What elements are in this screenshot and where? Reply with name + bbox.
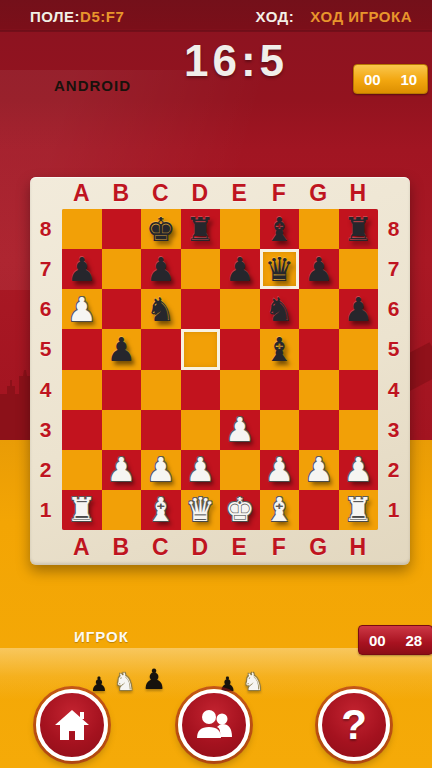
square-f7[interactable]: ♛ — [260, 249, 300, 289]
square-g6[interactable] — [299, 289, 339, 329]
white-queen: ♛ — [185, 493, 215, 526]
square-e5[interactable] — [220, 329, 260, 369]
rank-label-4: 4 — [30, 370, 62, 410]
rank-label-2: 2 — [30, 450, 62, 490]
player-score-box: 00 28 — [358, 625, 432, 655]
square-b3[interactable] — [102, 410, 142, 450]
square-g5[interactable] — [299, 329, 339, 369]
black-pawn: ♟ — [343, 293, 373, 326]
square-g8[interactable] — [299, 209, 339, 249]
white-pawn: ♟ — [304, 453, 334, 486]
board-grid: ♚♜♝♜♟♟♟♛♟♟♞♞♟♟♝♟♟♟♟♟♟♟♜♝♛♚♝♜ — [62, 209, 378, 530]
turn-label: ХОД: — [256, 8, 295, 25]
square-f3[interactable] — [260, 410, 300, 450]
square-c5[interactable] — [141, 329, 181, 369]
square-h6[interactable]: ♟ — [339, 289, 379, 329]
file-label-b: B — [102, 177, 142, 209]
square-c2[interactable]: ♟ — [141, 450, 181, 490]
file-label-c: C — [141, 177, 181, 209]
turn-value: ХОД ИГРОКА — [310, 8, 412, 25]
rank-label-8: 8 — [30, 209, 62, 249]
question-icon: ? — [341, 704, 367, 746]
square-g4[interactable] — [299, 370, 339, 410]
rank-label-7: 7 — [378, 249, 410, 289]
square-b5[interactable]: ♟ — [102, 329, 142, 369]
square-a3[interactable] — [62, 410, 102, 450]
square-h5[interactable] — [339, 329, 379, 369]
file-label-g: G — [299, 530, 339, 565]
black-pawn: ♟ — [225, 253, 255, 286]
black-rook: ♜ — [185, 213, 215, 246]
square-b1[interactable] — [102, 490, 142, 530]
square-f4[interactable] — [260, 370, 300, 410]
topbar-divider — [0, 30, 432, 32]
square-e1[interactable]: ♚ — [220, 490, 260, 530]
player-score-right: 28 — [405, 632, 422, 649]
square-b4[interactable] — [102, 370, 142, 410]
black-pawn: ♟ — [304, 253, 334, 286]
rank-label-2: 2 — [378, 450, 410, 490]
black-king: ♚ — [146, 213, 176, 246]
player-score-left: 00 — [369, 632, 386, 649]
square-h4[interactable] — [339, 370, 379, 410]
black-rook: ♜ — [343, 213, 373, 246]
black-pawn: ♟ — [146, 253, 176, 286]
square-a2[interactable] — [62, 450, 102, 490]
square-c8[interactable]: ♚ — [141, 209, 181, 249]
last-move-field: ПОЛЕ:D5:F7 — [30, 8, 124, 25]
black-knight: ♞ — [146, 293, 176, 326]
square-b6[interactable] — [102, 289, 142, 329]
square-d1[interactable]: ♛ — [181, 490, 221, 530]
opponent-score-right: 10 — [400, 71, 417, 88]
square-h3[interactable] — [339, 410, 379, 450]
square-f8[interactable]: ♝ — [260, 209, 300, 249]
rank-labels-right: 87654321 — [378, 209, 410, 530]
square-e4[interactable] — [220, 370, 260, 410]
rank-label-5: 5 — [378, 329, 410, 369]
square-a7[interactable]: ♟ — [62, 249, 102, 289]
rank-label-3: 3 — [378, 410, 410, 450]
square-a5[interactable] — [62, 329, 102, 369]
file-label-d: D — [181, 177, 221, 209]
square-e3[interactable]: ♟ — [220, 410, 260, 450]
black-pawn: ♟ — [67, 253, 97, 286]
square-h8[interactable]: ♜ — [339, 209, 379, 249]
square-g3[interactable] — [299, 410, 339, 450]
square-h1[interactable]: ♜ — [339, 490, 379, 530]
white-bishop: ♝ — [146, 493, 176, 526]
white-pawn: ♟ — [106, 453, 136, 486]
white-pawn: ♟ — [185, 453, 215, 486]
players-button[interactable] — [178, 689, 250, 761]
white-pawn: ♟ — [225, 413, 255, 446]
white-rook: ♜ — [343, 493, 373, 526]
home-button[interactable] — [36, 689, 108, 761]
file-label-g: G — [299, 177, 339, 209]
captured-white-knight: ♞ — [243, 670, 265, 694]
rank-label-1: 1 — [378, 490, 410, 530]
square-g7[interactable]: ♟ — [299, 249, 339, 289]
square-a6[interactable]: ♟ — [62, 289, 102, 329]
white-king: ♚ — [225, 493, 255, 526]
square-f2[interactable]: ♟ — [260, 450, 300, 490]
square-e2[interactable] — [220, 450, 260, 490]
white-pawn: ♟ — [264, 453, 294, 486]
square-e7[interactable]: ♟ — [220, 249, 260, 289]
rank-label-5: 5 — [30, 329, 62, 369]
file-label-e: E — [220, 177, 260, 209]
rank-label-6: 6 — [378, 289, 410, 329]
home-icon — [53, 707, 91, 743]
chess-app-screen: ПОЛЕ:D5:F7 ХОД: ХОД ИГРОКА 16:5 ANDROID … — [0, 0, 432, 768]
file-label-a: A — [62, 530, 102, 565]
white-pawn: ♟ — [67, 293, 97, 326]
file-label-h: H — [339, 177, 379, 209]
file-label-b: B — [102, 530, 142, 565]
square-g1[interactable] — [299, 490, 339, 530]
rank-labels-left: 87654321 — [30, 209, 62, 530]
white-bishop: ♝ — [264, 493, 294, 526]
square-d6[interactable] — [181, 289, 221, 329]
white-pawn: ♟ — [146, 453, 176, 486]
field-label: ПОЛЕ: — [30, 8, 80, 25]
square-b2[interactable]: ♟ — [102, 450, 142, 490]
square-e8[interactable] — [220, 209, 260, 249]
chess-board: ABCDEFGH 87654321 ♚♜♝♜♟♟♟♛♟♟♞♞♟♟♝♟♟♟♟♟♟♟… — [30, 177, 410, 565]
file-label-d: D — [181, 530, 221, 565]
square-h2[interactable]: ♟ — [339, 450, 379, 490]
black-bishop: ♝ — [264, 333, 294, 366]
square-d5[interactable] — [181, 329, 221, 369]
white-pawn: ♟ — [343, 453, 373, 486]
rank-label-8: 8 — [378, 209, 410, 249]
players-icon — [194, 708, 234, 742]
opponent-score-box: 00 10 — [353, 64, 428, 94]
rank-label-6: 6 — [30, 289, 62, 329]
white-rook: ♜ — [67, 493, 97, 526]
file-label-f: F — [260, 177, 300, 209]
black-queen: ♛ — [264, 253, 294, 286]
square-h7[interactable] — [339, 249, 379, 289]
square-c4[interactable] — [141, 370, 181, 410]
file-label-e: E — [220, 530, 260, 565]
square-a4[interactable] — [62, 370, 102, 410]
rank-label-1: 1 — [30, 490, 62, 530]
opponent-score-left: 00 — [364, 71, 381, 88]
black-knight: ♞ — [264, 293, 294, 326]
black-pawn: ♟ — [106, 333, 136, 366]
square-f1[interactable]: ♝ — [260, 490, 300, 530]
black-bishop: ♝ — [264, 213, 294, 246]
square-b7[interactable] — [102, 249, 142, 289]
rank-label-4: 4 — [378, 370, 410, 410]
square-a1[interactable]: ♜ — [62, 490, 102, 530]
square-b8[interactable] — [102, 209, 142, 249]
square-c7[interactable]: ♟ — [141, 249, 181, 289]
rank-label-7: 7 — [30, 249, 62, 289]
captured-white-knight: ♞ — [114, 670, 136, 694]
opponent-name: ANDROID — [54, 77, 131, 94]
square-c1[interactable]: ♝ — [141, 490, 181, 530]
file-label-h: H — [339, 530, 379, 565]
file-label-a: A — [62, 177, 102, 209]
captured-black-pawn: ♟ — [141, 666, 166, 694]
square-d8[interactable]: ♜ — [181, 209, 221, 249]
square-f6[interactable]: ♞ — [260, 289, 300, 329]
square-a8[interactable] — [62, 209, 102, 249]
square-d3[interactable] — [181, 410, 221, 450]
file-labels-bottom: ABCDEFGH — [62, 530, 378, 565]
turn-indicator: ХОД: ХОД ИГРОКА — [256, 8, 412, 25]
captured-pieces-tray: ♟♞♟♟♞ — [90, 648, 264, 694]
help-button[interactable]: ? — [318, 689, 390, 761]
square-e6[interactable] — [220, 289, 260, 329]
player-name: ИГРОК — [74, 628, 129, 645]
field-value: D5:F7 — [80, 8, 124, 25]
square-c6[interactable]: ♞ — [141, 289, 181, 329]
square-d7[interactable] — [181, 249, 221, 289]
square-d4[interactable] — [181, 370, 221, 410]
rank-label-3: 3 — [30, 410, 62, 450]
file-labels-top: ABCDEFGH — [62, 177, 378, 209]
square-c3[interactable] — [141, 410, 181, 450]
file-label-f: F — [260, 530, 300, 565]
captured-black-pawn: ♟ — [90, 674, 108, 694]
square-d2[interactable]: ♟ — [181, 450, 221, 490]
square-g2[interactable]: ♟ — [299, 450, 339, 490]
file-label-c: C — [141, 530, 181, 565]
square-f5[interactable]: ♝ — [260, 329, 300, 369]
